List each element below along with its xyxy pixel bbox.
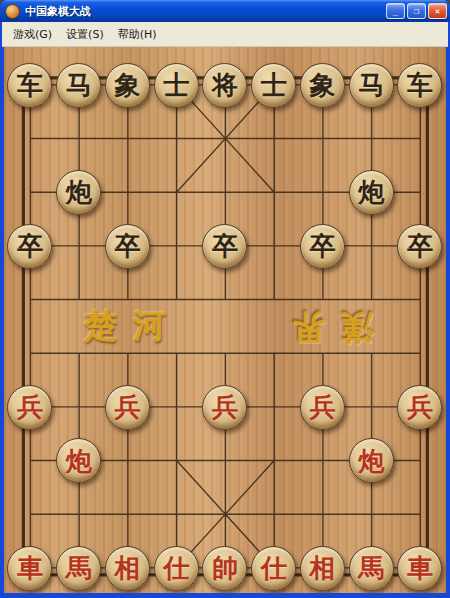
piece-glyph: 馬 bbox=[358, 555, 384, 581]
piece-black-象[interactable]: 象 bbox=[300, 63, 345, 108]
piece-red-兵[interactable]: 兵 bbox=[105, 385, 150, 430]
piece-glyph: 卒 bbox=[17, 233, 43, 259]
piece-glyph: 炮 bbox=[358, 179, 384, 205]
piece-black-卒[interactable]: 卒 bbox=[105, 224, 150, 269]
piece-black-卒[interactable]: 卒 bbox=[202, 224, 247, 269]
piece-red-相[interactable]: 相 bbox=[300, 546, 345, 591]
app-window: 中国象棋大战 _ ❐ ✕ 游戏(G) 设置(S) 帮助(H) 楚河 漢界 车马象… bbox=[0, 0, 450, 598]
piece-glyph: 马 bbox=[358, 72, 384, 98]
piece-black-卒[interactable]: 卒 bbox=[300, 224, 345, 269]
piece-red-兵[interactable]: 兵 bbox=[397, 385, 442, 430]
piece-black-炮[interactable]: 炮 bbox=[349, 170, 394, 215]
piece-glyph: 士 bbox=[163, 72, 189, 98]
piece-red-相[interactable]: 相 bbox=[105, 546, 150, 591]
piece-glyph: 車 bbox=[17, 555, 43, 581]
piece-red-車[interactable]: 車 bbox=[397, 546, 442, 591]
minimize-button[interactable]: _ bbox=[386, 3, 405, 19]
piece-black-士[interactable]: 士 bbox=[251, 63, 296, 108]
menu-game[interactable]: 游戏(G) bbox=[6, 24, 59, 45]
piece-red-兵[interactable]: 兵 bbox=[202, 385, 247, 430]
piece-glyph: 将 bbox=[212, 72, 238, 98]
river-label-chu-he: 楚河 bbox=[68, 304, 182, 349]
piece-black-象[interactable]: 象 bbox=[105, 63, 150, 108]
piece-red-仕[interactable]: 仕 bbox=[154, 546, 199, 591]
piece-glyph: 兵 bbox=[114, 394, 140, 420]
piece-glyph: 仕 bbox=[163, 555, 189, 581]
piece-red-帥[interactable]: 帥 bbox=[202, 546, 247, 591]
window-controls: _ ❐ ✕ bbox=[386, 3, 447, 19]
piece-glyph: 兵 bbox=[309, 394, 335, 420]
app-icon bbox=[5, 4, 20, 19]
piece-red-炮[interactable]: 炮 bbox=[56, 438, 101, 483]
river-label-han-jie: 漢界 bbox=[276, 304, 390, 349]
piece-red-馬[interactable]: 馬 bbox=[349, 546, 394, 591]
window-title: 中国象棋大战 bbox=[25, 4, 386, 19]
piece-glyph: 车 bbox=[407, 72, 433, 98]
piece-black-马[interactable]: 马 bbox=[349, 63, 394, 108]
piece-black-车[interactable]: 车 bbox=[397, 63, 442, 108]
piece-red-炮[interactable]: 炮 bbox=[349, 438, 394, 483]
piece-glyph: 车 bbox=[17, 72, 43, 98]
piece-black-士[interactable]: 士 bbox=[154, 63, 199, 108]
piece-glyph: 象 bbox=[309, 72, 335, 98]
piece-glyph: 仕 bbox=[261, 555, 287, 581]
piece-glyph: 炮 bbox=[66, 448, 92, 474]
piece-black-卒[interactable]: 卒 bbox=[397, 224, 442, 269]
piece-glyph: 馬 bbox=[66, 555, 92, 581]
piece-glyph: 象 bbox=[114, 72, 140, 98]
piece-glyph: 马 bbox=[66, 72, 92, 98]
menu-help[interactable]: 帮助(H) bbox=[111, 24, 164, 45]
piece-black-卒[interactable]: 卒 bbox=[7, 224, 52, 269]
piece-glyph: 帥 bbox=[212, 555, 238, 581]
piece-black-车[interactable]: 车 bbox=[7, 63, 52, 108]
piece-glyph: 相 bbox=[309, 555, 335, 581]
piece-glyph: 兵 bbox=[17, 394, 43, 420]
xiangqi-board[interactable]: 楚河 漢界 车马象士将士象马车炮炮卒卒卒卒卒兵兵兵兵兵炮炮車馬相仕帥仕相馬車 bbox=[0, 47, 450, 598]
piece-red-馬[interactable]: 馬 bbox=[56, 546, 101, 591]
title-bar[interactable]: 中国象棋大战 _ ❐ ✕ bbox=[0, 0, 450, 22]
menu-bar: 游戏(G) 设置(S) 帮助(H) bbox=[0, 22, 450, 47]
piece-glyph: 兵 bbox=[212, 394, 238, 420]
piece-glyph: 卒 bbox=[212, 233, 238, 259]
piece-glyph: 卒 bbox=[407, 233, 433, 259]
piece-glyph: 卒 bbox=[114, 233, 140, 259]
piece-glyph: 炮 bbox=[358, 448, 384, 474]
close-button[interactable]: ✕ bbox=[428, 3, 447, 19]
piece-glyph: 士 bbox=[261, 72, 287, 98]
piece-glyph: 相 bbox=[114, 555, 140, 581]
menu-settings[interactable]: 设置(S) bbox=[59, 24, 111, 45]
piece-glyph: 卒 bbox=[309, 233, 335, 259]
piece-black-将[interactable]: 将 bbox=[202, 63, 247, 108]
piece-black-炮[interactable]: 炮 bbox=[56, 170, 101, 215]
piece-red-仕[interactable]: 仕 bbox=[251, 546, 296, 591]
piece-glyph: 兵 bbox=[407, 394, 433, 420]
piece-black-马[interactable]: 马 bbox=[56, 63, 101, 108]
piece-red-兵[interactable]: 兵 bbox=[300, 385, 345, 430]
maximize-button[interactable]: ❐ bbox=[407, 3, 426, 19]
piece-glyph: 炮 bbox=[66, 179, 92, 205]
piece-red-車[interactable]: 車 bbox=[7, 546, 52, 591]
piece-glyph: 車 bbox=[407, 555, 433, 581]
piece-red-兵[interactable]: 兵 bbox=[7, 385, 52, 430]
